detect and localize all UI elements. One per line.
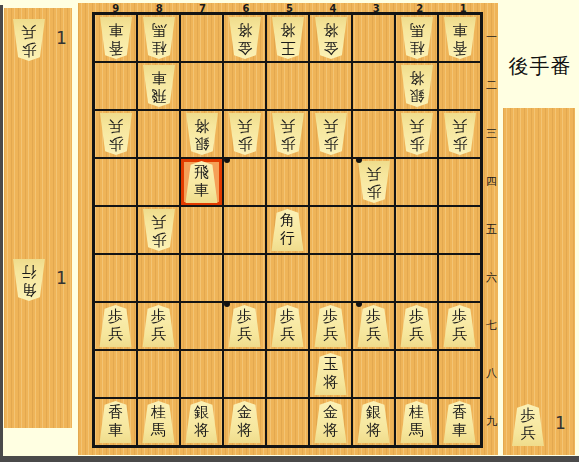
board-cell-8-3[interactable] bbox=[137, 110, 180, 158]
piece-kanji: 金将 bbox=[323, 21, 338, 56]
piece-kanji: 香車 bbox=[452, 21, 467, 56]
piece-kanji: 桂馬 bbox=[151, 404, 166, 439]
hand-count: 1 bbox=[56, 268, 67, 288]
gote-pawn-piece[interactable]: 歩兵 bbox=[99, 113, 133, 155]
rank-label-8: 八 bbox=[485, 367, 498, 381]
gote-pawn-piece[interactable]: 歩兵 bbox=[228, 113, 262, 155]
piece-kanji: 歩兵 bbox=[108, 308, 123, 343]
gote-pawn-piece[interactable]: 歩兵 bbox=[400, 113, 434, 155]
gote-king-piece[interactable]: 王将 bbox=[271, 17, 305, 59]
board-cell-8-8[interactable] bbox=[137, 350, 180, 398]
board-cell-4-6[interactable] bbox=[309, 254, 352, 302]
sente-silver-piece[interactable]: 銀将 bbox=[185, 401, 219, 443]
piece-kanji: 王将 bbox=[280, 21, 295, 56]
sente-hand-pawn[interactable]: 歩兵1 bbox=[503, 403, 567, 447]
sente-gold-piece[interactable]: 金将 bbox=[314, 401, 348, 443]
board-cell-8-6[interactable] bbox=[137, 254, 180, 302]
board-cell-7-6[interactable] bbox=[180, 254, 223, 302]
gote-hand-tray: 歩兵1角行1 bbox=[4, 8, 72, 428]
gote-rook-piece[interactable]: 飛車 bbox=[142, 65, 176, 107]
piece-kanji: 歩兵 bbox=[237, 308, 252, 343]
sente-gold-piece[interactable]: 金将 bbox=[228, 401, 262, 443]
sente-pawn-piece[interactable]: 歩兵 bbox=[142, 305, 176, 347]
board-cell-3-5[interactable] bbox=[352, 206, 395, 254]
board-cell-3-1[interactable] bbox=[352, 14, 395, 62]
board-cell-4-5[interactable] bbox=[309, 206, 352, 254]
board-cell-3-9[interactable]: 銀将 bbox=[352, 398, 395, 446]
piece-kanji: 歩兵 bbox=[366, 308, 381, 343]
board-cell-2-6[interactable] bbox=[395, 254, 438, 302]
board-cell-5-1[interactable]: 王将 bbox=[266, 14, 309, 62]
sente-bishop-piece[interactable]: 角行 bbox=[271, 209, 305, 251]
hoshi-dot bbox=[224, 157, 230, 163]
board-cell-3-3[interactable] bbox=[352, 110, 395, 158]
sente-knight-piece[interactable]: 桂馬 bbox=[400, 401, 434, 443]
gote-pawn-piece[interactable]: 歩兵 bbox=[12, 19, 46, 61]
sente-silver-piece[interactable]: 銀将 bbox=[357, 401, 391, 443]
piece-kanji: 歩兵 bbox=[151, 213, 166, 248]
board-cell-9-2[interactable] bbox=[94, 62, 137, 110]
board-cell-6-5[interactable] bbox=[223, 206, 266, 254]
board-cell-5-3[interactable]: 歩兵 bbox=[266, 110, 309, 158]
board-cell-3-2[interactable] bbox=[352, 62, 395, 110]
rank-labels: 一二三四五六七八九 bbox=[485, 12, 498, 448]
sente-pawn-piece[interactable]: 歩兵 bbox=[357, 305, 391, 347]
board-cell-8-7[interactable]: 歩兵 bbox=[137, 302, 180, 350]
board-cell-4-9[interactable]: 金将 bbox=[309, 398, 352, 446]
board-cell-6-7[interactable]: 歩兵 bbox=[223, 302, 266, 350]
board-grid: 香車桂馬金将王将金将桂馬香車飛車銀将歩兵銀将歩兵歩兵歩兵歩兵歩兵飛車歩兵歩兵角行… bbox=[92, 12, 483, 448]
piece-kanji: 桂馬 bbox=[409, 404, 424, 439]
board-cell-8-5[interactable]: 歩兵 bbox=[137, 206, 180, 254]
board-cell-9-3[interactable]: 歩兵 bbox=[94, 110, 137, 158]
sente-pawn-piece[interactable]: 歩兵 bbox=[511, 404, 545, 446]
piece-kanji: 飛車 bbox=[194, 164, 209, 199]
board-cell-6-6[interactable] bbox=[223, 254, 266, 302]
board-cell-9-6[interactable] bbox=[94, 254, 137, 302]
piece-kanji: 銀将 bbox=[409, 69, 424, 104]
board-cell-1-4[interactable] bbox=[438, 158, 481, 206]
piece-kanji: 歩兵 bbox=[22, 23, 37, 58]
piece-kanji: 歩兵 bbox=[366, 165, 381, 200]
rank-label-2: 二 bbox=[485, 79, 498, 93]
hand-count: 1 bbox=[555, 413, 566, 433]
piece-kanji: 歩兵 bbox=[151, 308, 166, 343]
sente-rook-piece[interactable]: 飛車 bbox=[185, 161, 219, 203]
board-cell-7-5[interactable] bbox=[180, 206, 223, 254]
board-cell-1-6[interactable] bbox=[438, 254, 481, 302]
board-cell-1-9[interactable]: 香車 bbox=[438, 398, 481, 446]
turn-indicator: 後手番 bbox=[503, 53, 577, 80]
gote-silver-piece[interactable]: 銀将 bbox=[400, 65, 434, 107]
board-cell-2-7[interactable]: 歩兵 bbox=[395, 302, 438, 350]
sente-knight-piece[interactable]: 桂馬 bbox=[142, 401, 176, 443]
board-cell-7-2[interactable] bbox=[180, 62, 223, 110]
window-left-edge bbox=[0, 5, 3, 462]
board-cell-9-4[interactable] bbox=[94, 158, 137, 206]
board-cell-4-2[interactable] bbox=[309, 62, 352, 110]
board-cell-8-1[interactable]: 桂馬 bbox=[137, 14, 180, 62]
rank-label-6: 六 bbox=[485, 271, 498, 285]
piece-kanji: 銀将 bbox=[194, 404, 209, 439]
board-cell-5-7[interactable]: 歩兵 bbox=[266, 302, 309, 350]
board-panel: 987654321 香車桂馬金将王将金将桂馬香車飛車銀将歩兵銀将歩兵歩兵歩兵歩兵… bbox=[78, 3, 498, 455]
piece-kanji: 香車 bbox=[452, 404, 467, 439]
piece-kanji: 香車 bbox=[108, 21, 123, 56]
board-cell-6-2[interactable] bbox=[223, 62, 266, 110]
gote-lance-piece[interactable]: 香車 bbox=[443, 17, 477, 59]
board-cell-7-3[interactable]: 銀将 bbox=[180, 110, 223, 158]
board-cell-2-9[interactable]: 桂馬 bbox=[395, 398, 438, 446]
board-cell-2-1[interactable]: 桂馬 bbox=[395, 14, 438, 62]
gote-pawn-piece[interactable]: 歩兵 bbox=[443, 113, 477, 155]
piece-kanji: 桂馬 bbox=[409, 21, 424, 56]
piece-kanji: 銀将 bbox=[366, 404, 381, 439]
gote-gold-piece[interactable]: 金将 bbox=[228, 17, 262, 59]
rank-label-9: 九 bbox=[485, 415, 498, 429]
piece-kanji: 桂馬 bbox=[151, 21, 166, 56]
piece-kanji: 歩兵 bbox=[409, 308, 424, 343]
board-cell-4-1[interactable]: 金将 bbox=[309, 14, 352, 62]
board-cell-3-6[interactable] bbox=[352, 254, 395, 302]
piece-kanji: 歩兵 bbox=[280, 308, 295, 343]
sente-pawn-piece[interactable]: 歩兵 bbox=[271, 305, 305, 347]
piece-kanji: 歩兵 bbox=[323, 117, 338, 152]
piece-kanji: 金将 bbox=[237, 21, 252, 56]
board-cell-4-8[interactable]: 玉将 bbox=[309, 350, 352, 398]
gote-knight-piece[interactable]: 桂馬 bbox=[400, 17, 434, 59]
board-cell-4-7[interactable]: 歩兵 bbox=[309, 302, 352, 350]
board-cell-1-1[interactable]: 香車 bbox=[438, 14, 481, 62]
board-cell-2-3[interactable]: 歩兵 bbox=[395, 110, 438, 158]
piece-kanji: 歩兵 bbox=[409, 117, 424, 152]
piece-kanji: 歩兵 bbox=[452, 117, 467, 152]
rank-label-5: 五 bbox=[485, 223, 498, 237]
sente-lance-piece[interactable]: 香車 bbox=[99, 401, 133, 443]
board-cell-5-4[interactable] bbox=[266, 158, 309, 206]
sente-pawn-piece[interactable]: 歩兵 bbox=[400, 305, 434, 347]
gote-lance-piece[interactable]: 香車 bbox=[99, 17, 133, 59]
sente-pawn-piece[interactable]: 歩兵 bbox=[228, 305, 262, 347]
board-cell-2-4[interactable] bbox=[395, 158, 438, 206]
board-cell-2-2[interactable]: 銀将 bbox=[395, 62, 438, 110]
gote-pawn-piece[interactable]: 歩兵 bbox=[314, 113, 348, 155]
gote-pawn-piece[interactable]: 歩兵 bbox=[142, 209, 176, 251]
sente-pawn-piece[interactable]: 歩兵 bbox=[443, 305, 477, 347]
board-cell-7-1[interactable] bbox=[180, 14, 223, 62]
piece-kanji: 歩兵 bbox=[323, 308, 338, 343]
board-cell-7-9[interactable]: 銀将 bbox=[180, 398, 223, 446]
board-cell-9-5[interactable] bbox=[94, 206, 137, 254]
board-cell-6-9[interactable]: 金将 bbox=[223, 398, 266, 446]
piece-kanji: 飛車 bbox=[151, 69, 166, 104]
board-cell-6-8[interactable] bbox=[223, 350, 266, 398]
shogi-app-window: 歩兵1角行1 987654321 香車桂馬金将王将金将桂馬香車飛車銀将歩兵銀将歩… bbox=[0, 0, 579, 462]
rank-label-7: 七 bbox=[485, 319, 498, 333]
sente-pawn-piece[interactable]: 歩兵 bbox=[99, 305, 133, 347]
board-cell-7-7[interactable] bbox=[180, 302, 223, 350]
board-cell-5-9[interactable] bbox=[266, 398, 309, 446]
board-cell-4-4[interactable] bbox=[309, 158, 352, 206]
board-cell-9-8[interactable] bbox=[94, 350, 137, 398]
piece-kanji: 金将 bbox=[323, 404, 338, 439]
board-cell-6-4[interactable] bbox=[223, 158, 266, 206]
hoshi-dot bbox=[356, 301, 362, 307]
piece-kanji: 歩兵 bbox=[108, 117, 123, 152]
board-cell-9-1[interactable]: 香車 bbox=[94, 14, 137, 62]
board-cell-6-1[interactable]: 金将 bbox=[223, 14, 266, 62]
board-cell-5-8[interactable] bbox=[266, 350, 309, 398]
board-cell-4-3[interactable]: 歩兵 bbox=[309, 110, 352, 158]
piece-kanji: 角行 bbox=[22, 263, 37, 298]
sente-pawn-piece[interactable]: 歩兵 bbox=[314, 305, 348, 347]
piece-kanji: 玉将 bbox=[323, 356, 338, 391]
board-cell-9-9[interactable]: 香車 bbox=[94, 398, 137, 446]
piece-kanji: 銀将 bbox=[194, 117, 209, 152]
board-cell-5-5[interactable]: 角行 bbox=[266, 206, 309, 254]
rank-label-1: 一 bbox=[485, 31, 498, 45]
board-cell-3-4[interactable]: 歩兵 bbox=[352, 158, 395, 206]
board-cell-5-6[interactable] bbox=[266, 254, 309, 302]
gote-gold-piece[interactable]: 金将 bbox=[314, 17, 348, 59]
board-cell-5-2[interactable] bbox=[266, 62, 309, 110]
board-cell-8-9[interactable]: 桂馬 bbox=[137, 398, 180, 446]
board-cell-3-7[interactable]: 歩兵 bbox=[352, 302, 395, 350]
board-cell-8-4[interactable] bbox=[137, 158, 180, 206]
piece-kanji: 香車 bbox=[108, 404, 123, 439]
piece-kanji: 歩兵 bbox=[280, 117, 295, 152]
gote-hand-pawn[interactable]: 歩兵1 bbox=[4, 18, 68, 62]
board-cell-2-5[interactable] bbox=[395, 206, 438, 254]
piece-kanji: 歩兵 bbox=[452, 308, 467, 343]
rank-label-4: 四 bbox=[485, 175, 498, 189]
hoshi-dot bbox=[224, 301, 230, 307]
gote-knight-piece[interactable]: 桂馬 bbox=[142, 17, 176, 59]
piece-kanji: 金将 bbox=[237, 404, 252, 439]
hoshi-dot bbox=[356, 157, 362, 163]
piece-kanji: 歩兵 bbox=[237, 117, 252, 152]
board-cell-3-8[interactable] bbox=[352, 350, 395, 398]
piece-kanji: 角行 bbox=[280, 212, 295, 247]
board-cell-9-7[interactable]: 歩兵 bbox=[94, 302, 137, 350]
hand-count: 1 bbox=[56, 28, 67, 48]
board-cell-1-7[interactable]: 歩兵 bbox=[438, 302, 481, 350]
board-cell-7-4[interactable]: 飛車 bbox=[180, 158, 223, 206]
board-cell-2-8[interactable] bbox=[395, 350, 438, 398]
sente-lance-piece[interactable]: 香車 bbox=[443, 401, 477, 443]
gote-hand-bishop[interactable]: 角行1 bbox=[4, 258, 68, 302]
rank-label-3: 三 bbox=[485, 127, 498, 141]
sente-king-piece[interactable]: 玉将 bbox=[314, 353, 348, 395]
board-cell-1-3[interactable]: 歩兵 bbox=[438, 110, 481, 158]
gote-bishop-piece[interactable]: 角行 bbox=[12, 259, 46, 301]
board-cell-1-5[interactable] bbox=[438, 206, 481, 254]
board-cell-8-2[interactable]: 飛車 bbox=[137, 62, 180, 110]
board-cell-1-8[interactable] bbox=[438, 350, 481, 398]
piece-kanji: 歩兵 bbox=[521, 407, 536, 442]
window-bottom-edge bbox=[0, 456, 579, 462]
gote-silver-piece[interactable]: 銀将 bbox=[185, 113, 219, 155]
board-cell-6-3[interactable]: 歩兵 bbox=[223, 110, 266, 158]
gote-pawn-piece[interactable]: 歩兵 bbox=[357, 161, 391, 203]
sente-hand-tray: 歩兵1 bbox=[503, 108, 575, 455]
board-cell-7-8[interactable] bbox=[180, 350, 223, 398]
gote-pawn-piece[interactable]: 歩兵 bbox=[271, 113, 305, 155]
board-cell-1-2[interactable] bbox=[438, 62, 481, 110]
